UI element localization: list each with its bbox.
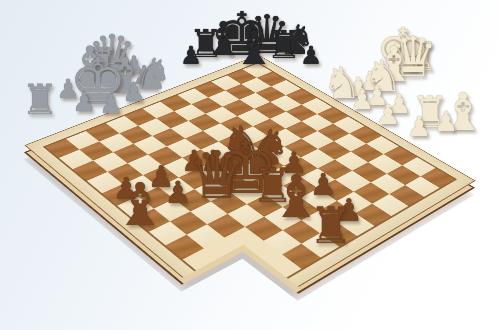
pieces-layer: ♚♛♝♞♜♜♟♝♟♟♜♚♛♟♜♛♝♝♟♞♟♞♝♟♞♟♟♚♟♟♟♜♟♟♟♜♝♟♟♞… bbox=[0, 0, 500, 330]
white-pawn[interactable]: ♟ bbox=[350, 87, 374, 114]
gray-rook[interactable]: ♜ bbox=[21, 79, 59, 121]
gray-pawn[interactable]: ♟ bbox=[99, 91, 123, 118]
gray-pawn[interactable]: ♟ bbox=[72, 89, 96, 116]
white-pawn[interactable]: ♟ bbox=[406, 113, 431, 141]
black-pawn[interactable]: ♟ bbox=[300, 43, 322, 68]
black-pawn[interactable]: ♟ bbox=[180, 43, 202, 68]
brown-bishop[interactable]: ♝ bbox=[113, 175, 166, 234]
scene: ♚♛♝♞♜♜♟♝♟♟♜♚♛♟♜♛♝♝♟♞♟♞♝♟♞♟♟♚♟♟♟♜♟♟♟♜♝♟♟♞… bbox=[0, 0, 500, 330]
brown-queen[interactable]: ♛ bbox=[188, 143, 247, 209]
brown-pawn[interactable]: ♟ bbox=[164, 178, 191, 209]
white-pawn[interactable]: ♟ bbox=[434, 108, 459, 136]
brown-rook[interactable]: ♜ bbox=[309, 202, 354, 252]
black-bishop[interactable]: ♝ bbox=[233, 24, 275, 71]
white-pawn[interactable]: ♟ bbox=[376, 101, 400, 128]
